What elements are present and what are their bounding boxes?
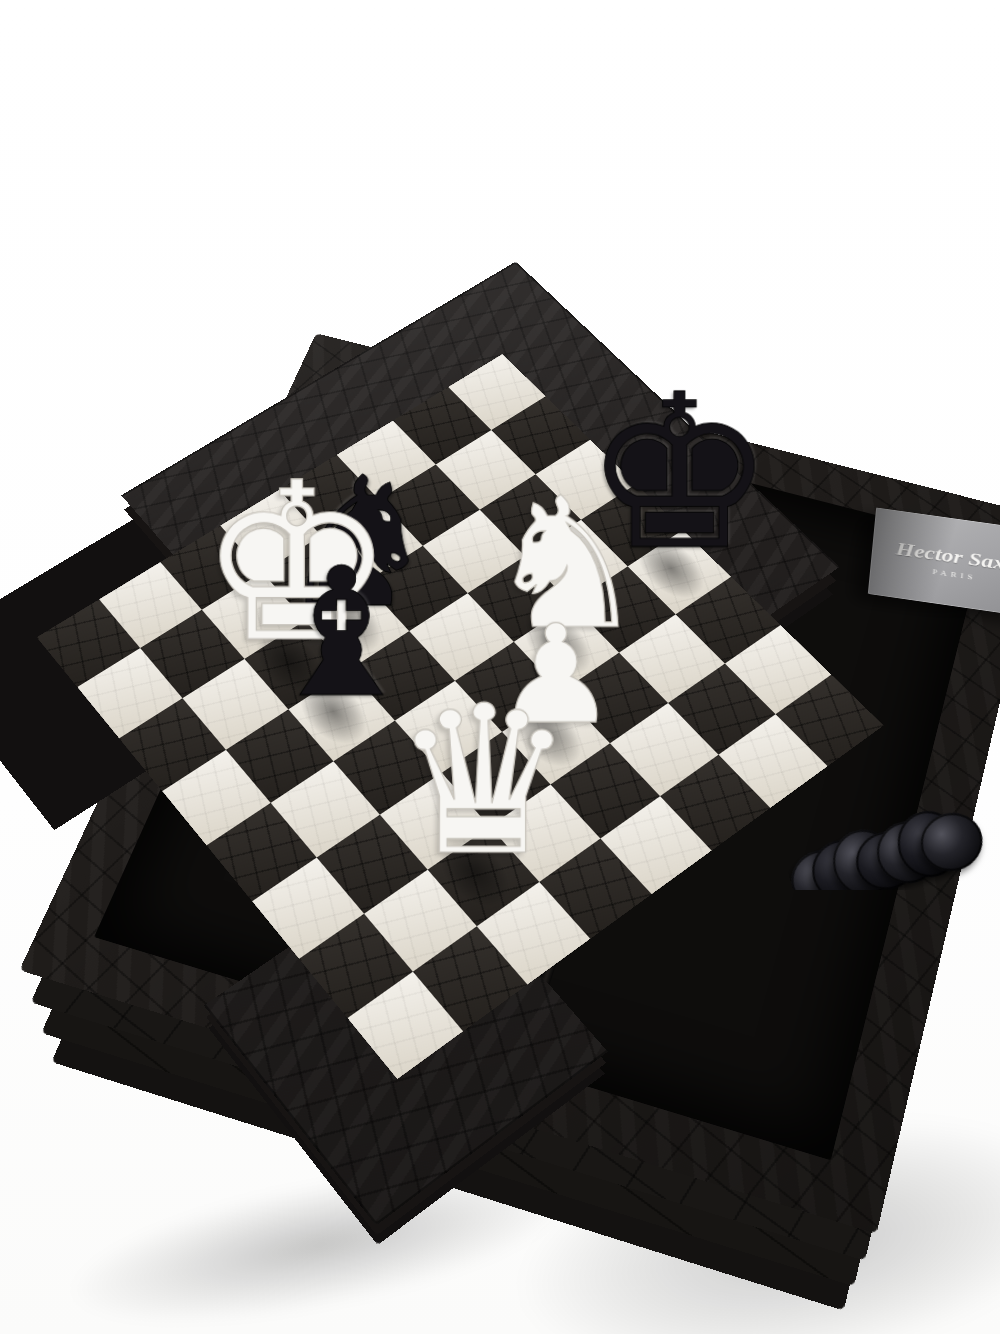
white-queen-glyph: ♛ xyxy=(391,679,575,884)
product-photo: Hector Saxe PARIS ♚♛♞♟♚♞♝ xyxy=(0,0,1000,1334)
brand-card-name: Hector Saxe xyxy=(895,537,1000,575)
scene-3d: Hector Saxe PARIS ♚♛♞♟♚♞♝ xyxy=(0,0,1000,1334)
